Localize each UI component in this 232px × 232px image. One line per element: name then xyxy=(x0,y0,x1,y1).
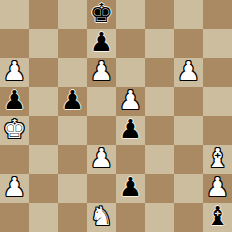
white-pawn: ♟ xyxy=(3,174,26,202)
square-d2[interactable] xyxy=(87,174,116,203)
square-e6[interactable] xyxy=(116,58,145,87)
square-f8[interactable] xyxy=(145,0,174,29)
square-c5[interactable]: ♟ xyxy=(58,87,87,116)
white-pawn: ♟ xyxy=(90,58,113,86)
square-a7[interactable] xyxy=(0,29,29,58)
black-bishop: ♝ xyxy=(206,203,229,231)
white-king: ♚ xyxy=(3,116,26,144)
black-pawn: ♟ xyxy=(119,116,142,144)
square-g5[interactable] xyxy=(174,87,203,116)
square-f2[interactable] xyxy=(145,174,174,203)
square-g4[interactable] xyxy=(174,116,203,145)
square-g1[interactable] xyxy=(174,203,203,232)
square-e8[interactable] xyxy=(116,0,145,29)
square-f4[interactable] xyxy=(145,116,174,145)
square-d3[interactable]: ♟ xyxy=(87,145,116,174)
square-c3[interactable] xyxy=(58,145,87,174)
square-a4[interactable]: ♚ xyxy=(0,116,29,145)
square-h6[interactable] xyxy=(203,58,232,87)
white-pawn: ♟ xyxy=(119,87,142,115)
square-g7[interactable] xyxy=(174,29,203,58)
square-f7[interactable] xyxy=(145,29,174,58)
square-c1[interactable] xyxy=(58,203,87,232)
square-e7[interactable] xyxy=(116,29,145,58)
square-b2[interactable] xyxy=(29,174,58,203)
square-c8[interactable] xyxy=(58,0,87,29)
square-a8[interactable] xyxy=(0,0,29,29)
square-g3[interactable] xyxy=(174,145,203,174)
white-pawn: ♟ xyxy=(177,58,200,86)
square-c6[interactable] xyxy=(58,58,87,87)
square-d1[interactable]: ♞ xyxy=(87,203,116,232)
square-g6[interactable]: ♟ xyxy=(174,58,203,87)
square-b7[interactable] xyxy=(29,29,58,58)
square-h3[interactable]: ♝ xyxy=(203,145,232,174)
square-b1[interactable] xyxy=(29,203,58,232)
black-pawn: ♟ xyxy=(119,174,142,202)
black-pawn: ♟ xyxy=(90,29,113,57)
chess-board: ♚♟♟♟♟♟♟♟♚♟♟♝♟♟♟♞♝ xyxy=(0,0,232,232)
square-f1[interactable] xyxy=(145,203,174,232)
square-b5[interactable] xyxy=(29,87,58,116)
square-c2[interactable] xyxy=(58,174,87,203)
square-b6[interactable] xyxy=(29,58,58,87)
square-f5[interactable] xyxy=(145,87,174,116)
square-h7[interactable] xyxy=(203,29,232,58)
square-e5[interactable]: ♟ xyxy=(116,87,145,116)
square-e2[interactable]: ♟ xyxy=(116,174,145,203)
square-d8[interactable]: ♚ xyxy=(87,0,116,29)
square-g8[interactable] xyxy=(174,0,203,29)
square-d6[interactable]: ♟ xyxy=(87,58,116,87)
square-a6[interactable]: ♟ xyxy=(0,58,29,87)
square-h2[interactable]: ♟ xyxy=(203,174,232,203)
square-a2[interactable]: ♟ xyxy=(0,174,29,203)
white-pawn: ♟ xyxy=(206,174,229,202)
square-h8[interactable] xyxy=(203,0,232,29)
square-a5[interactable]: ♟ xyxy=(0,87,29,116)
square-c4[interactable] xyxy=(58,116,87,145)
square-h4[interactable] xyxy=(203,116,232,145)
square-h5[interactable] xyxy=(203,87,232,116)
white-pawn: ♟ xyxy=(90,145,113,173)
square-a3[interactable] xyxy=(0,145,29,174)
square-d5[interactable] xyxy=(87,87,116,116)
black-pawn: ♟ xyxy=(3,87,26,115)
square-d7[interactable]: ♟ xyxy=(87,29,116,58)
white-bishop: ♝ xyxy=(206,145,229,173)
square-g2[interactable] xyxy=(174,174,203,203)
square-c7[interactable] xyxy=(58,29,87,58)
square-e3[interactable] xyxy=(116,145,145,174)
square-d4[interactable] xyxy=(87,116,116,145)
square-e4[interactable]: ♟ xyxy=(116,116,145,145)
square-b4[interactable] xyxy=(29,116,58,145)
square-b3[interactable] xyxy=(29,145,58,174)
square-h1[interactable]: ♝ xyxy=(203,203,232,232)
black-pawn: ♟ xyxy=(61,87,84,115)
white-pawn: ♟ xyxy=(3,58,26,86)
square-a1[interactable] xyxy=(0,203,29,232)
black-king: ♚ xyxy=(90,0,113,28)
white-knight: ♞ xyxy=(90,203,113,231)
square-f3[interactable] xyxy=(145,145,174,174)
square-b8[interactable] xyxy=(29,0,58,29)
square-f6[interactable] xyxy=(145,58,174,87)
square-e1[interactable] xyxy=(116,203,145,232)
